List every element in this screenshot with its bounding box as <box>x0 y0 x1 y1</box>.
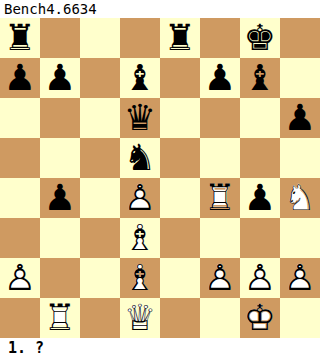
piece-white-rook: ♜♖ <box>40 298 80 338</box>
piece-black-pawn: ♟ <box>0 58 40 98</box>
square-b8[interactable] <box>40 18 80 58</box>
square-b4[interactable]: ♟ <box>40 178 80 218</box>
square-f4[interactable]: ♜♖ <box>200 178 240 218</box>
move-prompt: 1. ? <box>0 338 320 360</box>
square-a6[interactable] <box>0 98 40 138</box>
square-f8[interactable] <box>200 18 240 58</box>
piece-white-queen-fill: ♛ <box>120 298 160 338</box>
square-f7[interactable]: ♟ <box>200 58 240 98</box>
square-d7[interactable]: ♝ <box>120 58 160 98</box>
square-g7[interactable]: ♝ <box>240 58 280 98</box>
square-a7[interactable]: ♟ <box>0 58 40 98</box>
square-d4[interactable]: ♟♙ <box>120 178 160 218</box>
piece-white-pawn-fill: ♟ <box>120 178 160 218</box>
piece-black-pawn: ♟ <box>280 98 320 138</box>
piece-white-rook-outline: ♖ <box>200 178 240 218</box>
piece-white-pawn-outline: ♙ <box>280 258 320 298</box>
square-h6[interactable]: ♟ <box>280 98 320 138</box>
square-e6[interactable] <box>160 98 200 138</box>
piece-white-king-fill: ♚ <box>240 298 280 338</box>
square-h3[interactable] <box>280 218 320 258</box>
square-b6[interactable] <box>40 98 80 138</box>
square-f1[interactable] <box>200 298 240 338</box>
square-g4[interactable]: ♟ <box>240 178 280 218</box>
square-d1[interactable]: ♛♕ <box>120 298 160 338</box>
square-c3[interactable] <box>80 218 120 258</box>
square-b2[interactable] <box>40 258 80 298</box>
piece-white-knight-outline: ♘ <box>280 178 320 218</box>
square-g8[interactable]: ♚ <box>240 18 280 58</box>
piece-white-pawn: ♟♙ <box>200 258 240 298</box>
square-e8[interactable]: ♜ <box>160 18 200 58</box>
piece-white-pawn-fill: ♟ <box>240 258 280 298</box>
piece-white-pawn: ♟♙ <box>120 178 160 218</box>
piece-white-bishop-outline: ♗ <box>120 258 160 298</box>
square-f3[interactable] <box>200 218 240 258</box>
square-a2[interactable]: ♟♙ <box>0 258 40 298</box>
square-e5[interactable] <box>160 138 200 178</box>
piece-white-queen-outline: ♕ <box>120 298 160 338</box>
piece-black-queen: ♛ <box>120 98 160 138</box>
square-d8[interactable] <box>120 18 160 58</box>
piece-white-king-outline: ♔ <box>240 298 280 338</box>
piece-black-rook: ♜ <box>160 18 200 58</box>
piece-black-pawn: ♟ <box>240 178 280 218</box>
square-e7[interactable] <box>160 58 200 98</box>
square-c7[interactable] <box>80 58 120 98</box>
square-b1[interactable]: ♜♖ <box>40 298 80 338</box>
square-a4[interactable] <box>0 178 40 218</box>
piece-white-bishop-fill: ♝ <box>120 258 160 298</box>
square-c5[interactable] <box>80 138 120 178</box>
piece-white-bishop-outline: ♗ <box>120 218 160 258</box>
piece-black-pawn: ♟ <box>200 58 240 98</box>
piece-white-knight: ♞♘ <box>280 178 320 218</box>
square-g6[interactable] <box>240 98 280 138</box>
square-g1[interactable]: ♚♔ <box>240 298 280 338</box>
square-f2[interactable]: ♟♙ <box>200 258 240 298</box>
piece-white-pawn-fill: ♟ <box>200 258 240 298</box>
piece-white-pawn: ♟♙ <box>0 258 40 298</box>
square-b7[interactable]: ♟ <box>40 58 80 98</box>
square-a3[interactable] <box>0 218 40 258</box>
square-d2[interactable]: ♝♗ <box>120 258 160 298</box>
page-title: Bench4.6634 <box>0 0 320 18</box>
piece-white-king: ♚♔ <box>240 298 280 338</box>
piece-white-bishop: ♝♗ <box>120 258 160 298</box>
piece-white-pawn-outline: ♙ <box>240 258 280 298</box>
square-f6[interactable] <box>200 98 240 138</box>
piece-white-rook-outline: ♖ <box>40 298 80 338</box>
square-b3[interactable] <box>40 218 80 258</box>
square-e2[interactable] <box>160 258 200 298</box>
square-b5[interactable] <box>40 138 80 178</box>
piece-white-pawn-fill: ♟ <box>0 258 40 298</box>
square-h7[interactable] <box>280 58 320 98</box>
piece-white-pawn-outline: ♙ <box>120 178 160 218</box>
square-e1[interactable] <box>160 298 200 338</box>
chess-app-window: Bench4.6634 ♜♜♚♟♟♝♟♝♛♟♞♟♟♙♜♖♟♞♘♝♗♟♙♝♗♟♙♟… <box>0 0 320 360</box>
piece-white-bishop-fill: ♝ <box>120 218 160 258</box>
piece-white-bishop: ♝♗ <box>120 218 160 258</box>
square-d5[interactable]: ♞ <box>120 138 160 178</box>
piece-black-bishop: ♝ <box>240 58 280 98</box>
piece-white-pawn: ♟♙ <box>280 258 320 298</box>
square-g2[interactable]: ♟♙ <box>240 258 280 298</box>
piece-white-rook: ♜♖ <box>200 178 240 218</box>
square-d3[interactable]: ♝♗ <box>120 218 160 258</box>
chess-board: ♜♜♚♟♟♝♟♝♛♟♞♟♟♙♜♖♟♞♘♝♗♟♙♝♗♟♙♟♙♟♙♜♖♛♕♚♔ <box>0 18 320 338</box>
piece-black-pawn: ♟ <box>40 58 80 98</box>
square-e3[interactable] <box>160 218 200 258</box>
square-h4[interactable]: ♞♘ <box>280 178 320 218</box>
square-h2[interactable]: ♟♙ <box>280 258 320 298</box>
square-e4[interactable] <box>160 178 200 218</box>
square-c1[interactable] <box>80 298 120 338</box>
piece-white-knight-fill: ♞ <box>280 178 320 218</box>
square-a1[interactable] <box>0 298 40 338</box>
square-h5[interactable] <box>280 138 320 178</box>
piece-white-pawn-outline: ♙ <box>0 258 40 298</box>
square-a5[interactable] <box>0 138 40 178</box>
square-h8[interactable] <box>280 18 320 58</box>
piece-black-bishop: ♝ <box>120 58 160 98</box>
square-c8[interactable] <box>80 18 120 58</box>
square-g5[interactable] <box>240 138 280 178</box>
square-c6[interactable] <box>80 98 120 138</box>
piece-black-rook: ♜ <box>0 18 40 58</box>
square-g3[interactable] <box>240 218 280 258</box>
piece-white-pawn-outline: ♙ <box>200 258 240 298</box>
piece-black-king: ♚ <box>240 18 280 58</box>
piece-white-queen: ♛♕ <box>120 298 160 338</box>
square-a8[interactable]: ♜ <box>0 18 40 58</box>
square-h1[interactable] <box>280 298 320 338</box>
square-c4[interactable] <box>80 178 120 218</box>
square-f5[interactable] <box>200 138 240 178</box>
piece-black-pawn: ♟ <box>40 178 80 218</box>
piece-black-knight: ♞ <box>120 138 160 178</box>
piece-white-pawn-fill: ♟ <box>280 258 320 298</box>
piece-white-rook-fill: ♜ <box>40 298 80 338</box>
square-c2[interactable] <box>80 258 120 298</box>
piece-white-rook-fill: ♜ <box>200 178 240 218</box>
square-d6[interactable]: ♛ <box>120 98 160 138</box>
piece-white-pawn: ♟♙ <box>240 258 280 298</box>
